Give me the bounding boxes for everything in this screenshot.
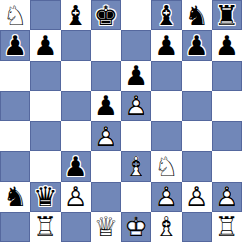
- square-b5[interactable]: [30, 91, 60, 121]
- square-f1[interactable]: ♝♗: [151, 212, 181, 242]
- square-c6[interactable]: [61, 61, 91, 91]
- white-piece-outline: ♙: [91, 121, 121, 151]
- square-g8[interactable]: ♞: [182, 0, 212, 30]
- piece-black-pawn: ♟: [30, 30, 60, 60]
- square-h7[interactable]: ♟: [212, 30, 242, 60]
- square-h1[interactable]: ♜♖: [212, 212, 242, 242]
- square-e2[interactable]: [121, 182, 151, 212]
- square-f3[interactable]: ♞♘: [151, 151, 181, 181]
- white-piece-outline: ♘: [0, 0, 30, 30]
- black-piece-glyph: ♝: [151, 0, 181, 30]
- square-g3[interactable]: [182, 151, 212, 181]
- square-b2[interactable]: ♛: [30, 182, 60, 212]
- chess-board: ♞♘♝♚♝♞♜♟♟♟♟♟♟♟♟♙♟♙♟♝♗♞♘♞♛♟♙♟♙♟♙♟♙♜♖♛♕♚♔♝…: [0, 0, 242, 242]
- black-piece-glyph: ♟: [121, 61, 151, 91]
- black-piece-glyph: ♞: [0, 182, 30, 212]
- square-a5[interactable]: [0, 91, 30, 121]
- piece-white-rook: ♜♖: [212, 212, 242, 242]
- piece-black-rook: ♜: [212, 0, 242, 30]
- white-piece-outline: ♖: [212, 212, 242, 242]
- white-piece-outline: ♙: [121, 91, 151, 121]
- square-b4[interactable]: [30, 121, 60, 151]
- square-f8[interactable]: ♝: [151, 0, 181, 30]
- square-g5[interactable]: [182, 91, 212, 121]
- white-piece-outline: ♙: [182, 182, 212, 212]
- piece-black-pawn: ♟: [61, 151, 91, 181]
- square-a2[interactable]: ♞: [0, 182, 30, 212]
- black-piece-glyph: ♟: [30, 30, 60, 60]
- piece-white-pawn: ♟♙: [182, 182, 212, 212]
- square-e5[interactable]: ♟♙: [121, 91, 151, 121]
- piece-white-rook: ♜♖: [30, 212, 60, 242]
- black-piece-glyph: ♟: [212, 30, 242, 60]
- square-g7[interactable]: ♟: [182, 30, 212, 60]
- white-piece-outline: ♙: [151, 182, 181, 212]
- black-piece-glyph: ♟: [0, 30, 30, 60]
- square-f4[interactable]: [151, 121, 181, 151]
- square-c2[interactable]: ♟♙: [61, 182, 91, 212]
- piece-black-knight: ♞: [182, 0, 212, 30]
- piece-white-queen: ♛♕: [91, 212, 121, 242]
- square-f6[interactable]: [151, 61, 181, 91]
- black-piece-glyph: ♟: [61, 151, 91, 181]
- piece-white-pawn: ♟♙: [121, 91, 151, 121]
- piece-black-pawn: ♟: [182, 30, 212, 60]
- square-b8[interactable]: [30, 0, 60, 30]
- piece-black-pawn: ♟: [0, 30, 30, 60]
- square-h6[interactable]: [212, 61, 242, 91]
- square-e6[interactable]: ♟: [121, 61, 151, 91]
- square-d7[interactable]: [91, 30, 121, 60]
- white-piece-outline: ♙: [212, 182, 242, 212]
- black-piece-glyph: ♛: [30, 182, 60, 212]
- square-e3[interactable]: ♝♗: [121, 151, 151, 181]
- square-d4[interactable]: ♟♙: [91, 121, 121, 151]
- square-f7[interactable]: ♟: [151, 30, 181, 60]
- square-e1[interactable]: ♚♔: [121, 212, 151, 242]
- square-a1[interactable]: [0, 212, 30, 242]
- black-piece-glyph: ♞: [182, 0, 212, 30]
- white-piece-outline: ♘: [151, 151, 181, 181]
- square-d2[interactable]: [91, 182, 121, 212]
- square-d1[interactable]: ♛♕: [91, 212, 121, 242]
- square-h5[interactable]: [212, 91, 242, 121]
- square-e8[interactable]: [121, 0, 151, 30]
- square-f2[interactable]: ♟♙: [151, 182, 181, 212]
- black-piece-glyph: ♟: [91, 91, 121, 121]
- square-a3[interactable]: [0, 151, 30, 181]
- piece-white-pawn: ♟♙: [91, 121, 121, 151]
- square-d3[interactable]: [91, 151, 121, 181]
- piece-black-pawn: ♟: [91, 91, 121, 121]
- square-h8[interactable]: ♜: [212, 0, 242, 30]
- square-c7[interactable]: [61, 30, 91, 60]
- square-c5[interactable]: [61, 91, 91, 121]
- black-piece-glyph: ♜: [212, 0, 242, 30]
- square-g1[interactable]: [182, 212, 212, 242]
- black-piece-glyph: ♝: [61, 0, 91, 30]
- piece-black-king: ♚: [91, 0, 121, 30]
- square-c8[interactable]: ♝: [61, 0, 91, 30]
- piece-white-pawn: ♟♙: [212, 182, 242, 212]
- square-g2[interactable]: ♟♙: [182, 182, 212, 212]
- square-b1[interactable]: ♜♖: [30, 212, 60, 242]
- piece-white-knight: ♞♘: [0, 0, 30, 30]
- white-piece-outline: ♗: [151, 212, 181, 242]
- square-h4[interactable]: [212, 121, 242, 151]
- piece-black-bishop: ♝: [61, 0, 91, 30]
- white-piece-outline: ♔: [121, 212, 151, 242]
- piece-black-pawn: ♟: [212, 30, 242, 60]
- square-c3[interactable]: ♟: [61, 151, 91, 181]
- white-piece-outline: ♙: [61, 182, 91, 212]
- piece-black-bishop: ♝: [151, 0, 181, 30]
- square-b7[interactable]: ♟: [30, 30, 60, 60]
- square-c1[interactable]: [61, 212, 91, 242]
- square-c4[interactable]: [61, 121, 91, 151]
- piece-white-pawn: ♟♙: [61, 182, 91, 212]
- square-a7[interactable]: ♟: [0, 30, 30, 60]
- piece-black-pawn: ♟: [151, 30, 181, 60]
- white-piece-outline: ♗: [121, 151, 151, 181]
- white-piece-outline: ♕: [91, 212, 121, 242]
- square-e4[interactable]: [121, 121, 151, 151]
- white-piece-outline: ♖: [30, 212, 60, 242]
- square-h2[interactable]: ♟♙: [212, 182, 242, 212]
- square-h3[interactable]: [212, 151, 242, 181]
- piece-white-pawn: ♟♙: [151, 182, 181, 212]
- piece-white-king: ♚♔: [121, 212, 151, 242]
- square-d8[interactable]: ♚: [91, 0, 121, 30]
- piece-white-bishop: ♝♗: [121, 151, 151, 181]
- square-b6[interactable]: [30, 61, 60, 91]
- square-a6[interactable]: [0, 61, 30, 91]
- square-d5[interactable]: ♟: [91, 91, 121, 121]
- piece-white-knight: ♞♘: [151, 151, 181, 181]
- piece-black-pawn: ♟: [121, 61, 151, 91]
- piece-white-bishop: ♝♗: [151, 212, 181, 242]
- square-g6[interactable]: [182, 61, 212, 91]
- piece-black-queen: ♛: [30, 182, 60, 212]
- square-e7[interactable]: [121, 30, 151, 60]
- square-f5[interactable]: [151, 91, 181, 121]
- piece-black-knight: ♞: [0, 182, 30, 212]
- black-piece-glyph: ♟: [182, 30, 212, 60]
- black-piece-glyph: ♟: [151, 30, 181, 60]
- square-a8[interactable]: ♞♘: [0, 0, 30, 30]
- square-a4[interactable]: [0, 121, 30, 151]
- square-b3[interactable]: [30, 151, 60, 181]
- square-g4[interactable]: [182, 121, 212, 151]
- square-d6[interactable]: [91, 61, 121, 91]
- black-piece-glyph: ♚: [91, 0, 121, 30]
